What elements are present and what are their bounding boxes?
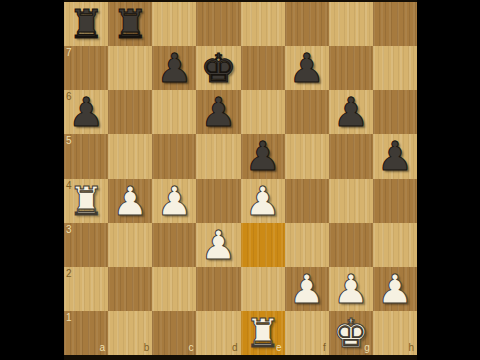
square-c6[interactable]	[152, 90, 196, 134]
square-b1[interactable]: b	[108, 311, 152, 355]
white-king-g1[interactable]: ♚	[333, 311, 369, 355]
square-c8[interactable]	[152, 2, 196, 46]
square-a4[interactable]: 4♜	[64, 179, 108, 223]
file-label-h: h	[408, 343, 414, 353]
square-e1[interactable]: e♜	[241, 311, 285, 355]
rank-label-2: 2	[66, 269, 72, 279]
square-c3[interactable]	[152, 223, 196, 267]
square-f7[interactable]: ♟	[285, 46, 329, 90]
white-rook-a4[interactable]: ♜	[68, 179, 104, 223]
square-a3[interactable]: 3	[64, 223, 108, 267]
black-pawn-e5[interactable]: ♟	[245, 134, 281, 178]
square-h1[interactable]: h	[373, 311, 417, 355]
square-f4[interactable]	[285, 179, 329, 223]
square-b3[interactable]	[108, 223, 152, 267]
square-e4[interactable]: ♟	[241, 179, 285, 223]
black-pawn-a6[interactable]: ♟	[68, 90, 104, 134]
black-pawn-g6[interactable]: ♟	[333, 90, 369, 134]
square-c5[interactable]	[152, 134, 196, 178]
black-rook-a8[interactable]: ♜	[68, 2, 104, 46]
board-frame-bottom	[64, 355, 417, 360]
square-e6[interactable]	[241, 90, 285, 134]
letterbox-right	[417, 0, 480, 360]
square-b6[interactable]	[108, 90, 152, 134]
white-pawn-e4[interactable]: ♟	[245, 179, 281, 223]
white-pawn-f2[interactable]: ♟	[289, 267, 325, 311]
square-f1[interactable]: f	[285, 311, 329, 355]
white-rook-e1[interactable]: ♜	[245, 311, 281, 355]
square-d6[interactable]: ♟	[196, 90, 240, 134]
square-d7[interactable]: ♚	[196, 46, 240, 90]
chess-app-screen: ♜♜7♟♚♟6♟♟♟5♟♟4♜♟♟♟3♟2♟♟♟1abcde♜fg♚h	[0, 0, 480, 360]
square-h2[interactable]: ♟	[373, 267, 417, 311]
square-a1[interactable]: 1a	[64, 311, 108, 355]
square-g5[interactable]	[329, 134, 373, 178]
file-label-d: d	[232, 343, 238, 353]
board-grid: ♜♜7♟♚♟6♟♟♟5♟♟4♜♟♟♟3♟2♟♟♟1abcde♜fg♚h	[64, 2, 417, 355]
rank-label-1: 1	[66, 313, 72, 323]
square-d5[interactable]	[196, 134, 240, 178]
square-h8[interactable]	[373, 2, 417, 46]
square-h7[interactable]	[373, 46, 417, 90]
square-f2[interactable]: ♟	[285, 267, 329, 311]
file-label-f: f	[323, 343, 326, 353]
square-a6[interactable]: 6♟	[64, 90, 108, 134]
black-pawn-h5[interactable]: ♟	[377, 134, 413, 178]
file-label-c: c	[188, 343, 193, 353]
file-label-a: a	[100, 343, 106, 353]
black-pawn-d6[interactable]: ♟	[201, 90, 237, 134]
square-g1[interactable]: g♚	[329, 311, 373, 355]
square-c4[interactable]: ♟	[152, 179, 196, 223]
rank-label-5: 5	[66, 136, 72, 146]
square-h3[interactable]	[373, 223, 417, 267]
square-a7[interactable]: 7	[64, 46, 108, 90]
black-pawn-c7[interactable]: ♟	[156, 46, 192, 90]
square-e5[interactable]: ♟	[241, 134, 285, 178]
white-pawn-g2[interactable]: ♟	[333, 267, 369, 311]
square-d8[interactable]	[196, 2, 240, 46]
rank-label-7: 7	[66, 48, 72, 58]
file-label-b: b	[144, 343, 150, 353]
square-f6[interactable]	[285, 90, 329, 134]
square-e7[interactable]	[241, 46, 285, 90]
square-g6[interactable]: ♟	[329, 90, 373, 134]
square-b5[interactable]	[108, 134, 152, 178]
square-e8[interactable]	[241, 2, 285, 46]
square-g3[interactable]	[329, 223, 373, 267]
square-g8[interactable]	[329, 2, 373, 46]
white-pawn-h2[interactable]: ♟	[377, 267, 413, 311]
square-f5[interactable]	[285, 134, 329, 178]
black-pawn-f7[interactable]: ♟	[289, 46, 325, 90]
square-b8[interactable]: ♜	[108, 2, 152, 46]
square-d1[interactable]: d	[196, 311, 240, 355]
square-a8[interactable]: ♜	[64, 2, 108, 46]
square-d2[interactable]	[196, 267, 240, 311]
square-b7[interactable]	[108, 46, 152, 90]
square-e3[interactable]	[241, 223, 285, 267]
square-h6[interactable]	[373, 90, 417, 134]
square-h5[interactable]: ♟	[373, 134, 417, 178]
square-c1[interactable]: c	[152, 311, 196, 355]
square-a2[interactable]: 2	[64, 267, 108, 311]
square-f3[interactable]	[285, 223, 329, 267]
rank-label-3: 3	[66, 225, 72, 235]
letterbox-left	[0, 0, 64, 360]
square-h4[interactable]	[373, 179, 417, 223]
square-a5[interactable]: 5	[64, 134, 108, 178]
square-g4[interactable]	[329, 179, 373, 223]
square-b4[interactable]: ♟	[108, 179, 152, 223]
square-c7[interactable]: ♟	[152, 46, 196, 90]
square-d4[interactable]	[196, 179, 240, 223]
square-b2[interactable]	[108, 267, 152, 311]
square-d3[interactable]: ♟	[196, 223, 240, 267]
square-f8[interactable]	[285, 2, 329, 46]
white-pawn-c4[interactable]: ♟	[156, 179, 192, 223]
square-g2[interactable]: ♟	[329, 267, 373, 311]
white-pawn-d3[interactable]: ♟	[201, 223, 237, 267]
black-king-d7[interactable]: ♚	[201, 46, 237, 90]
square-e2[interactable]	[241, 267, 285, 311]
square-c2[interactable]	[152, 267, 196, 311]
square-g7[interactable]	[329, 46, 373, 90]
black-rook-b8[interactable]: ♜	[112, 2, 148, 46]
white-pawn-b4[interactable]: ♟	[112, 179, 148, 223]
chess-board: ♜♜7♟♚♟6♟♟♟5♟♟4♜♟♟♟3♟2♟♟♟1abcde♜fg♚h	[64, 0, 417, 360]
